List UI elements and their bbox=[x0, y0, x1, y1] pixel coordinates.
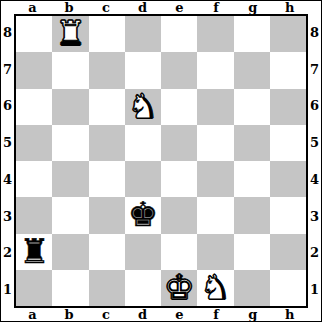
square-h1[interactable] bbox=[270, 270, 306, 306]
rank-label-3: 3 bbox=[308, 198, 321, 235]
square-c4[interactable] bbox=[89, 161, 125, 197]
square-c7[interactable] bbox=[89, 52, 125, 88]
rank-label-7: 7 bbox=[1, 51, 14, 88]
file-label-a: a bbox=[14, 1, 51, 14]
square-b7[interactable] bbox=[52, 52, 88, 88]
square-g4[interactable] bbox=[234, 161, 270, 197]
square-h4[interactable] bbox=[270, 161, 306, 197]
rank-label-2: 2 bbox=[1, 235, 14, 272]
square-a8[interactable] bbox=[16, 16, 52, 52]
file-label-e: e bbox=[161, 308, 198, 321]
piece-white-knight-d6[interactable]: ♞ bbox=[128, 89, 158, 123]
square-c8[interactable] bbox=[89, 16, 125, 52]
rank-label-5: 5 bbox=[308, 124, 321, 161]
corner-top-right bbox=[308, 1, 321, 14]
file-labels-top: abcdefgh bbox=[14, 1, 308, 14]
square-c6[interactable] bbox=[89, 89, 125, 125]
file-label-d: d bbox=[124, 1, 161, 14]
square-g3[interactable] bbox=[234, 197, 270, 233]
square-c5[interactable] bbox=[89, 125, 125, 161]
piece-white-rook-b8[interactable]: ♜ bbox=[55, 16, 85, 50]
corner-bottom-left bbox=[1, 308, 14, 321]
file-label-e: e bbox=[161, 1, 198, 14]
rank-label-1: 1 bbox=[1, 271, 14, 308]
square-a7[interactable] bbox=[16, 52, 52, 88]
file-label-c: c bbox=[88, 1, 125, 14]
square-b6[interactable] bbox=[52, 89, 88, 125]
square-g1[interactable] bbox=[234, 270, 270, 306]
piece-white-king-e1[interactable]: ♚ bbox=[164, 270, 194, 304]
rank-labels-right: 87654321 bbox=[308, 14, 321, 308]
rank-label-6: 6 bbox=[1, 88, 14, 125]
square-f5[interactable] bbox=[197, 125, 233, 161]
square-f7[interactable] bbox=[197, 52, 233, 88]
square-b1[interactable] bbox=[52, 270, 88, 306]
square-d5[interactable] bbox=[125, 125, 161, 161]
square-e4[interactable] bbox=[161, 161, 197, 197]
square-h8[interactable] bbox=[270, 16, 306, 52]
square-d6[interactable]: ♞ bbox=[125, 89, 161, 125]
square-b2[interactable] bbox=[52, 234, 88, 270]
square-a6[interactable] bbox=[16, 89, 52, 125]
square-d4[interactable] bbox=[125, 161, 161, 197]
file-label-g: g bbox=[235, 308, 272, 321]
board: ♜♞♚♜♚♞ bbox=[14, 14, 308, 308]
square-h5[interactable] bbox=[270, 125, 306, 161]
file-label-g: g bbox=[235, 1, 272, 14]
square-h3[interactable] bbox=[270, 197, 306, 233]
file-label-a: a bbox=[14, 308, 51, 321]
square-f8[interactable] bbox=[197, 16, 233, 52]
file-label-h: h bbox=[271, 1, 308, 14]
rank-label-5: 5 bbox=[1, 124, 14, 161]
square-a2[interactable]: ♜ bbox=[16, 234, 52, 270]
file-label-b: b bbox=[51, 1, 88, 14]
square-e3[interactable] bbox=[161, 197, 197, 233]
file-label-f: f bbox=[198, 308, 235, 321]
square-f6[interactable] bbox=[197, 89, 233, 125]
square-e5[interactable] bbox=[161, 125, 197, 161]
chess-diagram: abcdefgh 87654321 ♜♞♚♜♚♞ 87654321 abcdef… bbox=[0, 0, 322, 322]
square-c3[interactable] bbox=[89, 197, 125, 233]
square-d1[interactable] bbox=[125, 270, 161, 306]
square-g5[interactable] bbox=[234, 125, 270, 161]
piece-white-knight-f1[interactable]: ♞ bbox=[200, 270, 230, 304]
file-label-d: d bbox=[124, 308, 161, 321]
file-label-b: b bbox=[51, 308, 88, 321]
square-g6[interactable] bbox=[234, 89, 270, 125]
square-f1[interactable]: ♞ bbox=[197, 270, 233, 306]
rank-label-2: 2 bbox=[308, 235, 321, 272]
piece-black-rook-a2[interactable]: ♜ bbox=[19, 234, 49, 268]
rank-label-8: 8 bbox=[308, 14, 321, 51]
rank-labels-left: 87654321 bbox=[1, 14, 14, 308]
rank-label-1: 1 bbox=[308, 271, 321, 308]
square-b3[interactable] bbox=[52, 197, 88, 233]
square-h6[interactable] bbox=[270, 89, 306, 125]
square-e7[interactable] bbox=[161, 52, 197, 88]
piece-black-king-d3[interactable]: ♚ bbox=[128, 197, 158, 231]
file-label-h: h bbox=[271, 308, 308, 321]
square-e6[interactable] bbox=[161, 89, 197, 125]
rank-label-3: 3 bbox=[1, 198, 14, 235]
square-d7[interactable] bbox=[125, 52, 161, 88]
square-b8[interactable]: ♜ bbox=[52, 16, 88, 52]
square-h7[interactable] bbox=[270, 52, 306, 88]
square-a4[interactable] bbox=[16, 161, 52, 197]
square-f2[interactable] bbox=[197, 234, 233, 270]
square-g8[interactable] bbox=[234, 16, 270, 52]
square-a5[interactable] bbox=[16, 125, 52, 161]
square-g7[interactable] bbox=[234, 52, 270, 88]
rank-label-7: 7 bbox=[308, 51, 321, 88]
rank-label-6: 6 bbox=[308, 88, 321, 125]
square-f4[interactable] bbox=[197, 161, 233, 197]
rank-label-4: 4 bbox=[308, 161, 321, 198]
file-label-f: f bbox=[198, 1, 235, 14]
corner-bottom-right bbox=[308, 308, 321, 321]
square-g2[interactable] bbox=[234, 234, 270, 270]
file-labels-bottom: abcdefgh bbox=[14, 308, 308, 321]
file-label-c: c bbox=[88, 308, 125, 321]
square-b4[interactable] bbox=[52, 161, 88, 197]
square-c2[interactable] bbox=[89, 234, 125, 270]
corner-top-left bbox=[1, 1, 14, 14]
square-e2[interactable] bbox=[161, 234, 197, 270]
square-d3[interactable]: ♚ bbox=[125, 197, 161, 233]
square-d8[interactable] bbox=[125, 16, 161, 52]
rank-label-4: 4 bbox=[1, 161, 14, 198]
square-f3[interactable] bbox=[197, 197, 233, 233]
square-a3[interactable] bbox=[16, 197, 52, 233]
square-b5[interactable] bbox=[52, 125, 88, 161]
square-d2[interactable] bbox=[125, 234, 161, 270]
rank-label-8: 8 bbox=[1, 14, 14, 51]
square-e1[interactable]: ♚ bbox=[161, 270, 197, 306]
square-h2[interactable] bbox=[270, 234, 306, 270]
square-a1[interactable] bbox=[16, 270, 52, 306]
square-c1[interactable] bbox=[89, 270, 125, 306]
square-e8[interactable] bbox=[161, 16, 197, 52]
